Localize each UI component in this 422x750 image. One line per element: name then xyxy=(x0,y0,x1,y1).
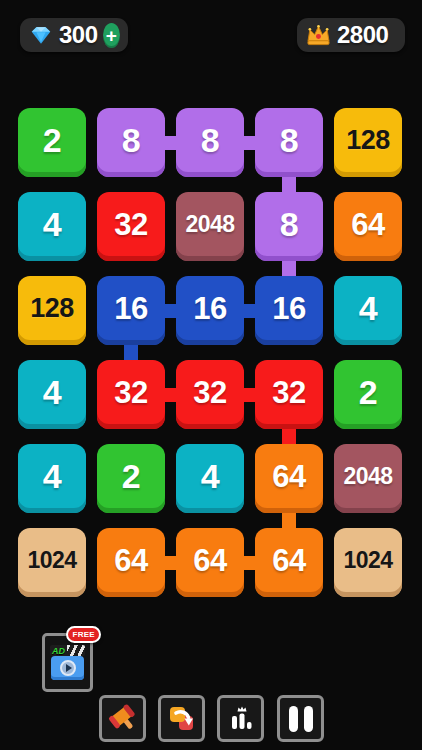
tile-r3c1-128[interactable]: 128 xyxy=(18,276,86,345)
leaderboard-crown-icon xyxy=(226,704,256,734)
ad-label: AD xyxy=(50,646,65,656)
tile-r6c4-64[interactable]: 64 xyxy=(255,528,323,597)
tile-r3c2-16[interactable]: 16 xyxy=(97,276,165,345)
tile-r5c3-4[interactable]: 4 xyxy=(176,444,244,513)
tile-r3c5-4[interactable]: 4 xyxy=(334,276,402,345)
tile-grid: 2888128432204886412816161644323232242464… xyxy=(18,108,402,597)
tile-r4c2-32[interactable]: 32 xyxy=(97,360,165,429)
tile-r6c2-64[interactable]: 64 xyxy=(97,528,165,597)
free-badge: FREE xyxy=(66,626,101,643)
pause-icon xyxy=(289,706,313,732)
tile-r4c4-32[interactable]: 32 xyxy=(255,360,323,429)
tile-r5c1-4[interactable]: 4 xyxy=(18,444,86,513)
tile-r5c4-64[interactable]: 64 xyxy=(255,444,323,513)
tile-r4c5-2[interactable]: 2 xyxy=(334,360,402,429)
pause-button[interactable] xyxy=(277,695,324,742)
tile-r6c1-1024[interactable]: 1024 xyxy=(18,528,86,597)
hammer-icon xyxy=(108,704,138,734)
game-board: 2888128432204886412816161644323232242464… xyxy=(18,108,402,597)
tile-r1c2-8[interactable]: 8 xyxy=(97,108,165,177)
tile-r6c5-1024[interactable]: 1024 xyxy=(334,528,402,597)
watch-ad-button[interactable]: AD FREE xyxy=(42,633,93,692)
tile-r4c1-4[interactable]: 4 xyxy=(18,360,86,429)
tile-r2c2-32[interactable]: 32 xyxy=(97,192,165,261)
score-counter: 2800 xyxy=(297,18,405,52)
hammer-button[interactable] xyxy=(99,695,146,742)
tile-r3c3-16[interactable]: 16 xyxy=(176,276,244,345)
gem-add-button[interactable]: + xyxy=(103,23,120,48)
tile-r5c5-2048[interactable]: 2048 xyxy=(334,444,402,513)
tile-r5c2-2[interactable]: 2 xyxy=(97,444,165,513)
play-icon xyxy=(60,660,76,676)
tile-r3c4-16[interactable]: 16 xyxy=(255,276,323,345)
clapper-stripes-icon xyxy=(67,645,85,656)
score-value: 2800 xyxy=(337,21,388,49)
tile-r1c5-128[interactable]: 128 xyxy=(334,108,402,177)
tile-r1c4-8[interactable]: 8 xyxy=(255,108,323,177)
leaderboard-button[interactable] xyxy=(217,695,264,742)
tile-r2c4-8[interactable]: 8 xyxy=(255,192,323,261)
tile-r6c3-64[interactable]: 64 xyxy=(176,528,244,597)
tile-r2c5-64[interactable]: 64 xyxy=(334,192,402,261)
gem-counter: 300 + xyxy=(20,18,128,52)
tile-r1c3-8[interactable]: 8 xyxy=(176,108,244,177)
tile-r2c3-2048[interactable]: 2048 xyxy=(176,192,244,261)
swap-button[interactable] xyxy=(158,695,205,742)
diamond-icon xyxy=(28,24,54,47)
gem-count: 300 xyxy=(59,21,98,49)
tile-r2c1-4[interactable]: 4 xyxy=(18,192,86,261)
ad-video-icon: AD xyxy=(50,645,85,681)
swap-icon xyxy=(167,704,197,734)
tile-r4c3-32[interactable]: 32 xyxy=(176,360,244,429)
tile-r1c1-2[interactable]: 2 xyxy=(18,108,86,177)
crown-icon xyxy=(305,23,332,47)
app-screen: { "game": "2248 number-link merge puzzle… xyxy=(0,0,422,750)
